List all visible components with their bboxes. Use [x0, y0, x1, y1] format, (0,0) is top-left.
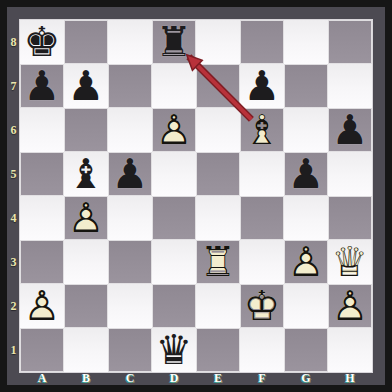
square-a1[interactable]: [20, 328, 64, 372]
pawn-glyph: ♟: [68, 66, 105, 107]
pawn-glyph: ♟: [332, 286, 369, 327]
piece-black-pawn[interactable]: ♟: [64, 64, 108, 108]
square-e3[interactable]: ♜♖: [196, 240, 240, 284]
rook-outline-glyph: ♖: [200, 242, 237, 283]
pawn-outline-glyph: ♙: [332, 286, 369, 327]
piece-black-queen[interactable]: ♛: [152, 328, 196, 372]
square-h2[interactable]: ♟♙: [328, 284, 372, 328]
square-c2[interactable]: [108, 284, 152, 328]
file-label-e: E: [196, 372, 240, 385]
file-labels: ABCDEFGH: [20, 372, 372, 385]
square-b8[interactable]: [64, 20, 108, 64]
bishop-glyph: ♝: [244, 110, 281, 151]
square-c8[interactable]: [108, 20, 152, 64]
square-b5[interactable]: ♝: [64, 152, 108, 196]
file-label-c: C: [108, 372, 152, 385]
rank-labels: 87654321: [7, 20, 20, 372]
square-g8[interactable]: [284, 20, 328, 64]
square-h8[interactable]: [328, 20, 372, 64]
pawn-glyph: ♟: [288, 242, 325, 283]
rank-label-3: 3: [7, 240, 20, 284]
square-f2[interactable]: ♚♔: [240, 284, 284, 328]
king-glyph: ♚: [24, 22, 61, 63]
square-d2[interactable]: [152, 284, 196, 328]
rank-label-5: 5: [7, 152, 20, 196]
square-c3[interactable]: [108, 240, 152, 284]
square-e5[interactable]: [196, 152, 240, 196]
square-h5[interactable]: [328, 152, 372, 196]
square-e2[interactable]: [196, 284, 240, 328]
square-e7[interactable]: [196, 64, 240, 108]
piece-white-pawn[interactable]: ♟♙: [284, 240, 328, 284]
square-c4[interactable]: [108, 196, 152, 240]
pawn-glyph: ♟: [332, 110, 369, 151]
square-g1[interactable]: [284, 328, 328, 372]
square-d3[interactable]: [152, 240, 196, 284]
square-h6[interactable]: ♟: [328, 108, 372, 152]
pawn-outline-glyph: ♙: [288, 242, 325, 283]
rank-label-7: 7: [7, 64, 20, 108]
rank-label-6: 6: [7, 108, 20, 152]
square-f1[interactable]: [240, 328, 284, 372]
chess-board: ♚♜♟♟♟♟♙♝♗♟♝♟♟♟♙♜♖♟♙♛♕♟♙♚♔♟♙♛: [20, 20, 372, 372]
file-label-b: B: [64, 372, 108, 385]
piece-white-bishop[interactable]: ♝♗: [240, 108, 284, 152]
piece-black-king[interactable]: ♚: [20, 20, 64, 64]
square-a5[interactable]: [20, 152, 64, 196]
piece-white-pawn[interactable]: ♟♙: [20, 284, 64, 328]
square-h7[interactable]: [328, 64, 372, 108]
piece-black-pawn[interactable]: ♟: [284, 152, 328, 196]
chess-app-window: 87654321 ♚♜♟♟♟♟♙♝♗♟♝♟♟♟♙♜♖♟♙♛♕♟♙♚♔♟♙♛ AB…: [0, 0, 392, 392]
square-g6[interactable]: [284, 108, 328, 152]
square-a6[interactable]: [20, 108, 64, 152]
square-g7[interactable]: [284, 64, 328, 108]
square-c6[interactable]: [108, 108, 152, 152]
board-frame: 87654321 ♚♜♟♟♟♟♙♝♗♟♝♟♟♟♙♜♖♟♙♛♕♟♙♚♔♟♙♛ AB…: [7, 7, 385, 385]
square-c1[interactable]: [108, 328, 152, 372]
piece-white-pawn[interactable]: ♟♙: [152, 108, 196, 152]
square-a3[interactable]: [20, 240, 64, 284]
square-d7[interactable]: [152, 64, 196, 108]
pawn-glyph: ♟: [156, 110, 193, 151]
piece-white-pawn[interactable]: ♟♙: [328, 284, 372, 328]
square-g2[interactable]: [284, 284, 328, 328]
square-f7[interactable]: ♟: [240, 64, 284, 108]
pawn-glyph: ♟: [68, 198, 105, 239]
piece-black-pawn[interactable]: ♟: [240, 64, 284, 108]
king-glyph: ♚: [244, 286, 281, 327]
file-label-d: D: [152, 372, 196, 385]
pawn-outline-glyph: ♙: [156, 110, 193, 151]
square-b2[interactable]: [64, 284, 108, 328]
file-label-f: F: [240, 372, 284, 385]
queen-outline-glyph: ♕: [332, 242, 369, 283]
square-d5[interactable]: [152, 152, 196, 196]
rook-glyph: ♜: [156, 22, 193, 63]
piece-white-rook[interactable]: ♜♖: [196, 240, 240, 284]
square-f3[interactable]: [240, 240, 284, 284]
pawn-glyph: ♟: [244, 66, 281, 107]
square-d8[interactable]: ♜: [152, 20, 196, 64]
piece-white-king[interactable]: ♚♔: [240, 284, 284, 328]
square-a4[interactable]: [20, 196, 64, 240]
square-f8[interactable]: [240, 20, 284, 64]
square-f6[interactable]: ♝♗: [240, 108, 284, 152]
pawn-outline-glyph: ♙: [68, 198, 105, 239]
rank-label-4: 4: [7, 196, 20, 240]
king-outline-glyph: ♔: [244, 286, 281, 327]
piece-black-pawn[interactable]: ♟: [20, 64, 64, 108]
queen-glyph: ♛: [156, 330, 193, 371]
bishop-glyph: ♝: [68, 154, 105, 195]
square-h4[interactable]: [328, 196, 372, 240]
square-b6[interactable]: [64, 108, 108, 152]
square-c7[interactable]: [108, 64, 152, 108]
square-a7[interactable]: ♟: [20, 64, 64, 108]
square-d4[interactable]: [152, 196, 196, 240]
square-a2[interactable]: ♟♙: [20, 284, 64, 328]
piece-black-rook[interactable]: ♜: [152, 20, 196, 64]
piece-black-pawn[interactable]: ♟: [328, 108, 372, 152]
pawn-glyph: ♟: [288, 154, 325, 195]
pawn-glyph: ♟: [112, 154, 149, 195]
square-d6[interactable]: ♟♙: [152, 108, 196, 152]
square-e6[interactable]: [196, 108, 240, 152]
rank-label-2: 2: [7, 284, 20, 328]
pawn-glyph: ♟: [24, 286, 61, 327]
queen-glyph: ♛: [332, 242, 369, 283]
piece-white-pawn[interactable]: ♟♙: [64, 196, 108, 240]
square-b7[interactable]: ♟: [64, 64, 108, 108]
square-d1[interactable]: ♛: [152, 328, 196, 372]
square-f4[interactable]: [240, 196, 284, 240]
square-b3[interactable]: [64, 240, 108, 284]
file-label-a: A: [20, 372, 64, 385]
rook-glyph: ♜: [200, 242, 237, 283]
square-h1[interactable]: [328, 328, 372, 372]
rank-label-8: 8: [7, 20, 20, 64]
piece-black-bishop[interactable]: ♝: [64, 152, 108, 196]
piece-black-pawn[interactable]: ♟: [108, 152, 152, 196]
file-label-h: H: [328, 372, 372, 385]
square-c5[interactable]: ♟: [108, 152, 152, 196]
square-f5[interactable]: [240, 152, 284, 196]
square-g4[interactable]: [284, 196, 328, 240]
square-a8[interactable]: ♚: [20, 20, 64, 64]
square-g3[interactable]: ♟♙: [284, 240, 328, 284]
piece-white-queen[interactable]: ♛♕: [328, 240, 372, 284]
square-e8[interactable]: [196, 20, 240, 64]
square-h3[interactable]: ♛♕: [328, 240, 372, 284]
file-label-g: G: [284, 372, 328, 385]
square-g5[interactable]: ♟: [284, 152, 328, 196]
square-b4[interactable]: ♟♙: [64, 196, 108, 240]
square-b1[interactable]: [64, 328, 108, 372]
rank-label-1: 1: [7, 328, 20, 372]
square-e4[interactable]: [196, 196, 240, 240]
pawn-glyph: ♟: [24, 66, 61, 107]
pawn-outline-glyph: ♙: [24, 286, 61, 327]
bishop-outline-glyph: ♗: [244, 110, 281, 151]
square-e1[interactable]: [196, 328, 240, 372]
